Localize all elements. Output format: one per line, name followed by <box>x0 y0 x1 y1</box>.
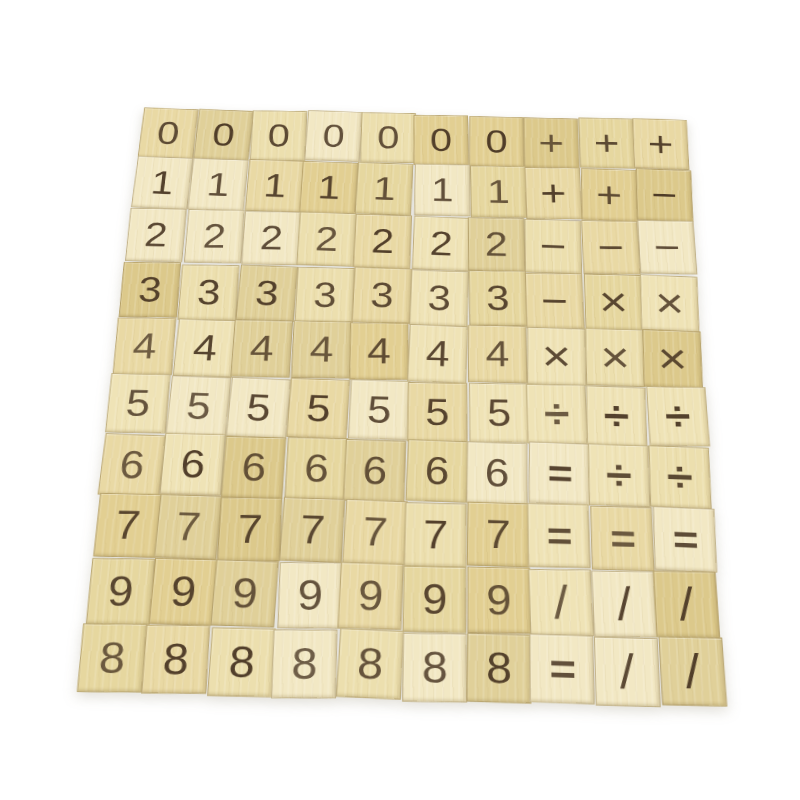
tile-r8c5[interactable]: 7 <box>342 499 407 565</box>
tile-glyph: 9 <box>230 572 259 615</box>
tile-r5c3[interactable]: 4 <box>231 319 293 377</box>
tile-r10c10[interactable]: / <box>659 636 728 706</box>
tile-r2c2[interactable]: 1 <box>187 158 248 212</box>
tile-glyph: 1 <box>205 168 231 202</box>
tile-r3c5[interactable]: 2 <box>353 214 412 269</box>
tile-board: 0000000+++1111111++−2222222−−−3333333−××… <box>76 107 726 708</box>
tile-r7c7[interactable]: 6 <box>466 442 527 505</box>
tile-glyph: 0 <box>211 118 237 151</box>
tile-r2c8[interactable]: + <box>524 167 582 219</box>
tile-glyph: 5 <box>425 393 449 431</box>
tile-r6c5[interactable]: 5 <box>348 379 410 440</box>
tile-r10c3[interactable]: 8 <box>207 627 276 697</box>
tile-glyph: 6 <box>485 453 510 493</box>
tile-r2c10[interactable]: − <box>636 168 694 222</box>
tile-glyph: 9 <box>357 574 384 617</box>
tile-glyph: 6 <box>179 445 207 485</box>
tile-r7c10[interactable]: ÷ <box>649 446 712 510</box>
tile-glyph: + <box>647 126 674 162</box>
tile-r7c9[interactable]: ÷ <box>588 444 650 508</box>
tile-glyph: 3 <box>254 275 280 311</box>
tile-r5c8[interactable]: × <box>527 327 586 386</box>
tile-r4c9[interactable]: × <box>584 273 644 330</box>
tile-glyph: 0 <box>321 120 345 152</box>
tile-r8c9[interactable]: = <box>590 506 654 572</box>
tile-r5c1[interactable]: 4 <box>113 317 177 375</box>
tile-glyph: / <box>619 647 635 696</box>
tile-glyph: 0 <box>430 124 452 156</box>
tile-glyph: 0 <box>267 120 291 152</box>
tile-r1c1[interactable]: 0 <box>138 108 199 160</box>
tile-r1c5[interactable]: 0 <box>360 112 416 163</box>
tile-r8c1[interactable]: 7 <box>93 493 161 558</box>
tile-glyph: 6 <box>117 445 146 485</box>
tile-r8c2[interactable]: 7 <box>154 494 222 560</box>
tile-r10c9[interactable]: / <box>594 637 661 708</box>
tile-r4c10[interactable]: × <box>640 274 699 332</box>
tile-glyph: − <box>596 228 625 266</box>
tile-r8c6[interactable]: 7 <box>404 502 467 567</box>
tile-r4c3[interactable]: 3 <box>236 264 299 321</box>
tile-r8c3[interactable]: 7 <box>217 497 282 561</box>
tile-r8c7[interactable]: 7 <box>467 502 530 568</box>
tile-r3c8[interactable]: − <box>525 219 583 274</box>
tile-glyph: 5 <box>305 389 332 428</box>
tile-glyph: 8 <box>161 637 190 681</box>
tile-r1c4[interactable]: 0 <box>304 110 362 162</box>
tile-glyph: 0 <box>377 121 400 153</box>
tile-r9c10[interactable]: / <box>653 571 720 639</box>
tile-glyph: 2 <box>485 227 508 261</box>
tile-glyph: 2 <box>143 217 169 251</box>
tile-board-wrapper: 0000000+++1111111++−2222222−−−3333333−××… <box>76 107 726 708</box>
tile-r6c1[interactable]: 5 <box>105 373 171 433</box>
tile-r9c4[interactable]: 9 <box>277 562 342 628</box>
tile-r3c9[interactable]: − <box>581 220 641 274</box>
tile-glyph: 5 <box>124 384 152 422</box>
tile-glyph: 2 <box>370 224 394 259</box>
tile-r5c4[interactable]: 4 <box>291 320 352 378</box>
tile-r6c9[interactable]: ÷ <box>586 385 647 446</box>
tile-glyph: × <box>600 335 631 379</box>
tile-r3c2[interactable]: 2 <box>184 209 245 263</box>
tile-r5c6[interactable]: 4 <box>407 324 468 384</box>
tile-glyph: 8 <box>486 646 512 691</box>
tile-glyph: 7 <box>174 506 203 547</box>
tile-glyph: 1 <box>149 166 176 200</box>
tile-r6c7[interactable]: 5 <box>469 382 530 442</box>
tile-r7c5[interactable]: 6 <box>343 439 406 502</box>
tile-r5c2[interactable]: 4 <box>173 318 237 377</box>
tile-glyph: / <box>616 581 633 628</box>
tile-glyph: 1 <box>431 173 454 206</box>
tile-glyph: 6 <box>362 451 388 491</box>
tile-r6c3[interactable]: 5 <box>226 377 291 439</box>
tile-r6c8[interactable]: ÷ <box>526 384 588 444</box>
tile-glyph: + <box>593 125 620 161</box>
tile-glyph: 4 <box>131 328 158 364</box>
tile-r7c8[interactable]: = <box>529 442 590 506</box>
tile-r2c6[interactable]: 1 <box>414 164 470 217</box>
tile-glyph: 4 <box>367 332 391 368</box>
tile-glyph: 7 <box>362 511 389 553</box>
product-photo: 0000000+++1111111++−2222222−−−3333333−××… <box>0 0 800 800</box>
tile-r8c8[interactable]: = <box>527 503 590 568</box>
tile-glyph: 2 <box>429 226 453 261</box>
tile-r10c2[interactable]: 8 <box>141 625 210 694</box>
tile-glyph: ÷ <box>606 454 633 496</box>
tile-glyph: 9 <box>106 570 135 612</box>
tile-glyph: ÷ <box>664 396 692 436</box>
tile-glyph: + <box>538 125 564 161</box>
tile-glyph: 0 <box>155 117 181 149</box>
tile-glyph: 6 <box>303 449 329 489</box>
tile-r9c7[interactable]: 9 <box>467 567 531 634</box>
tile-glyph: ÷ <box>603 395 629 436</box>
tile-glyph: × <box>657 336 688 381</box>
tile-r10c5[interactable]: 8 <box>336 628 404 699</box>
tile-r2c3[interactable]: 1 <box>245 159 305 212</box>
tile-glyph: 6 <box>424 451 450 491</box>
tile-glyph: 8 <box>356 641 384 686</box>
tile-glyph: × <box>598 280 629 323</box>
tile-glyph: − <box>540 281 568 320</box>
tile-r5c7[interactable]: 4 <box>468 325 527 383</box>
tile-r9c9[interactable]: / <box>591 571 658 638</box>
tile-glyph: 3 <box>312 277 337 313</box>
tile-glyph: = <box>672 519 697 560</box>
tile-glyph: 2 <box>259 221 284 255</box>
tile-glyph: 3 <box>196 274 222 309</box>
tile-r4c7[interactable]: 3 <box>469 270 528 326</box>
tile-glyph: 8 <box>291 642 318 686</box>
tile-r1c2[interactable]: 0 <box>193 109 253 161</box>
tile-r4c2[interactable]: 3 <box>178 264 240 320</box>
tile-r7c1[interactable]: 6 <box>98 434 166 498</box>
tile-r2c7[interactable]: 1 <box>470 165 527 217</box>
tile-r6c10[interactable]: ÷ <box>646 386 710 446</box>
tile-glyph: 3 <box>427 280 451 316</box>
tile-glyph: 7 <box>236 509 263 550</box>
tile-r2c1[interactable]: 1 <box>131 156 193 210</box>
tile-r4c5[interactable]: 3 <box>352 267 412 324</box>
tile-glyph: 4 <box>309 331 334 368</box>
tile-glyph: 5 <box>185 386 213 424</box>
tile-r6c6[interactable]: 5 <box>407 382 467 442</box>
tile-glyph: / <box>678 581 695 628</box>
tile-glyph: = <box>548 454 571 493</box>
tile-r8c10[interactable]: = <box>653 506 717 572</box>
tile-r4c1[interactable]: 3 <box>119 262 181 318</box>
tile-glyph: 8 <box>422 645 448 689</box>
tile-glyph: 5 <box>487 393 512 431</box>
tile-glyph: 8 <box>97 636 127 680</box>
tile-glyph: 7 <box>113 505 142 546</box>
tile-glyph: 2 <box>202 219 227 253</box>
tile-glyph: + <box>540 175 568 212</box>
tile-glyph: − <box>653 228 682 266</box>
tile-r7c2[interactable]: 6 <box>160 433 226 496</box>
tile-r9c6[interactable]: 9 <box>403 566 467 633</box>
tile-glyph: ÷ <box>543 393 570 433</box>
tile-r5c9[interactable]: × <box>585 328 645 387</box>
tile-glyph: × <box>654 281 684 324</box>
tile-r1c9[interactable]: + <box>578 118 635 169</box>
tile-glyph: 8 <box>227 640 256 684</box>
tile-r9c2[interactable]: 9 <box>149 558 218 626</box>
tile-glyph: + <box>596 176 623 213</box>
tile-r9c8[interactable]: / <box>528 569 594 636</box>
tile-glyph: 4 <box>249 330 275 367</box>
tile-glyph: = <box>610 518 635 558</box>
tile-r9c5[interactable]: 9 <box>337 562 403 630</box>
tile-r10c6[interactable]: 8 <box>402 633 467 703</box>
tile-glyph: 0 <box>486 125 508 157</box>
tile-glyph: 5 <box>367 390 393 428</box>
tile-r1c10[interactable]: + <box>632 118 689 170</box>
tile-r10c4[interactable]: 8 <box>271 629 337 698</box>
tile-r3c4[interactable]: 2 <box>296 212 356 267</box>
tile-glyph: × <box>542 334 572 378</box>
tile-r8c4[interactable]: 7 <box>279 497 345 563</box>
tile-glyph: 4 <box>425 335 450 372</box>
tile-r10c1[interactable]: 8 <box>77 624 147 693</box>
tile-r4c4[interactable]: 3 <box>294 267 354 324</box>
tile-glyph: 6 <box>240 448 267 488</box>
tile-glyph: 9 <box>169 570 198 613</box>
tile-r9c1[interactable]: 9 <box>86 558 155 625</box>
tile-glyph: 4 <box>485 335 509 372</box>
tile-r3c1[interactable]: 2 <box>125 208 187 262</box>
tile-glyph: − <box>540 227 567 265</box>
tile-r4c6[interactable]: 3 <box>409 269 468 326</box>
tile-r5c5[interactable]: 4 <box>349 322 408 380</box>
tile-glyph: 5 <box>245 388 273 427</box>
tile-glyph: 3 <box>370 277 395 313</box>
tile-glyph: 9 <box>297 574 324 616</box>
tile-glyph: ÷ <box>666 456 693 499</box>
tile-r7c3[interactable]: 6 <box>221 436 286 499</box>
tile-glyph: = <box>546 516 571 556</box>
tile-r3c7[interactable]: 2 <box>468 217 525 271</box>
tile-glyph: 7 <box>299 509 327 550</box>
tile-r3c3[interactable]: 2 <box>241 211 301 265</box>
tile-glyph: 9 <box>422 578 448 621</box>
tile-r7c4[interactable]: 6 <box>284 437 348 500</box>
tile-r6c2[interactable]: 5 <box>166 375 232 436</box>
tile-glyph: 7 <box>423 514 449 555</box>
tile-r7c6[interactable]: 6 <box>406 439 469 503</box>
tile-glyph: − <box>651 176 678 213</box>
tile-r9c3[interactable]: 9 <box>210 560 278 628</box>
tile-glyph: 3 <box>486 280 510 315</box>
tile-glyph: 3 <box>137 272 163 307</box>
tile-r10c7[interactable]: 8 <box>466 633 531 704</box>
tile-glyph: = <box>549 647 574 691</box>
tile-r3c10[interactable]: − <box>637 220 697 274</box>
tile-glyph: 1 <box>487 175 510 208</box>
tile-glyph: 4 <box>192 329 219 366</box>
tile-r1c6[interactable]: 0 <box>414 115 469 165</box>
tile-r1c7[interactable]: 0 <box>469 116 524 167</box>
tile-r5c10[interactable]: × <box>642 329 703 389</box>
tile-glyph: 9 <box>486 579 512 622</box>
tile-r6c4[interactable]: 5 <box>286 377 350 439</box>
tile-glyph: / <box>553 579 569 626</box>
tile-r3c6[interactable]: 2 <box>412 216 471 272</box>
tile-glyph: 2 <box>314 222 339 257</box>
tile-glyph: 7 <box>486 514 511 555</box>
tile-r1c8[interactable]: + <box>524 117 580 168</box>
tile-glyph: 1 <box>262 169 287 202</box>
tile-r10c8[interactable]: = <box>529 634 594 705</box>
tile-glyph: 1 <box>372 172 396 206</box>
tile-glyph: 1 <box>317 171 342 204</box>
tile-r1c3[interactable]: 0 <box>250 110 307 160</box>
tile-r2c9[interactable]: + <box>581 168 638 222</box>
tile-r4c8[interactable]: − <box>525 273 585 329</box>
tile-r2c5[interactable]: 1 <box>355 162 414 216</box>
tile-glyph: / <box>684 647 701 696</box>
tile-r2c4[interactable]: 1 <box>299 161 358 214</box>
